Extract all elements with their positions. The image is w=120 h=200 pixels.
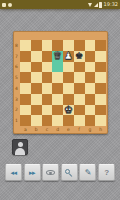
square-a6[interactable] (20, 62, 31, 73)
square-a7[interactable] (20, 51, 31, 62)
notification-icon (8, 3, 12, 7)
square-f7[interactable]: ♚ (74, 51, 85, 62)
square-d5[interactable] (52, 72, 63, 83)
status-bar-indicators: 19:32 (88, 0, 120, 9)
square-b7[interactable] (31, 51, 42, 62)
eye-icon (46, 170, 55, 175)
square-b6[interactable] (31, 62, 42, 73)
square-g8[interactable] (85, 40, 96, 51)
square-h1[interactable] (95, 115, 106, 126)
file-label-g: g (85, 126, 96, 134)
file-label-d: d (52, 126, 63, 134)
rank-label-8: 8 (13, 40, 20, 51)
help-button[interactable]: ? (98, 164, 115, 181)
square-f8[interactable] (74, 40, 85, 51)
square-c4[interactable] (42, 83, 53, 94)
rewind-icon: ◂◂ (10, 169, 16, 176)
square-c3[interactable] (42, 94, 53, 105)
square-a8[interactable] (20, 40, 31, 51)
square-e3[interactable] (63, 94, 74, 105)
square-b4[interactable] (31, 83, 42, 94)
person-icon (18, 142, 23, 147)
square-c6[interactable] (42, 62, 53, 73)
file-label-f: f (74, 126, 85, 134)
square-h5[interactable] (95, 72, 106, 83)
piece-white-queen[interactable]: ♛ (52, 51, 63, 62)
square-d1[interactable] (52, 115, 63, 126)
square-b2[interactable] (31, 105, 42, 116)
square-e8[interactable] (63, 40, 74, 51)
eye-pupil (49, 172, 51, 174)
hint-button[interactable] (42, 164, 59, 181)
square-e2[interactable]: ♚ (63, 105, 74, 116)
rank-labels: 87654321 (13, 40, 20, 126)
square-b3[interactable] (31, 94, 42, 105)
board-grid: ♛♟♚♚ (20, 40, 106, 126)
square-a3[interactable] (20, 94, 31, 105)
file-label-a: a (20, 126, 31, 134)
status-bar: 19:32 (0, 0, 120, 9)
square-c5[interactable] (42, 72, 53, 83)
square-a2[interactable] (20, 105, 31, 116)
rank-label-4: 4 (13, 83, 20, 94)
piece-white-king[interactable]: ♚ (63, 105, 74, 116)
magnifier-handle (69, 173, 73, 177)
signal-icon (94, 3, 98, 7)
square-e7[interactable]: ♟ (63, 51, 74, 62)
square-e5[interactable] (63, 72, 74, 83)
square-a4[interactable] (20, 83, 31, 94)
square-f2[interactable] (74, 105, 85, 116)
status-bar-notifications (2, 3, 12, 7)
square-a5[interactable] (20, 72, 31, 83)
square-g5[interactable] (85, 72, 96, 83)
square-h6[interactable] (95, 62, 106, 73)
wifi-icon (88, 3, 92, 7)
app-screen: 19:32 87654321 ♛♟♚♚ abcdefgh ◂◂ ▸▸ ✎ ? (0, 0, 120, 200)
square-h2[interactable] (95, 105, 106, 116)
file-label-h: h (95, 126, 106, 134)
notification-icon (2, 3, 6, 7)
square-h4[interactable] (95, 83, 106, 94)
rank-label-7: 7 (13, 51, 20, 62)
square-f5[interactable] (74, 72, 85, 83)
square-f3[interactable] (74, 94, 85, 105)
pencil-icon: ✎ (85, 169, 91, 177)
square-g6[interactable] (85, 62, 96, 73)
square-e1[interactable] (63, 115, 74, 126)
review-button[interactable] (61, 164, 78, 181)
square-b5[interactable] (31, 72, 42, 83)
square-e6[interactable] (63, 62, 74, 73)
square-b1[interactable] (31, 115, 42, 126)
piece-white-pawn[interactable]: ♟ (63, 51, 74, 62)
clock-text: 19:32 (104, 0, 118, 9)
square-d3[interactable] (52, 94, 63, 105)
square-a1[interactable] (20, 115, 31, 126)
piece-black-king[interactable]: ♚ (74, 51, 85, 62)
magnifier-icon (64, 168, 74, 178)
square-c8[interactable] (42, 40, 53, 51)
square-h7[interactable] (95, 51, 106, 62)
forward-icon: ▸▸ (29, 169, 35, 176)
square-f6[interactable] (74, 62, 85, 73)
square-d8[interactable] (52, 40, 63, 51)
square-c2[interactable] (42, 105, 53, 116)
square-g2[interactable] (85, 105, 96, 116)
square-f1[interactable] (74, 115, 85, 126)
rewind-button[interactable]: ◂◂ (5, 164, 22, 181)
file-label-e: e (63, 126, 74, 134)
battery-icon (99, 2, 102, 8)
rank-label-1: 1 (13, 115, 20, 126)
file-label-b: b (31, 126, 42, 134)
square-e4[interactable] (63, 83, 74, 94)
file-labels: abcdefgh (20, 126, 106, 134)
rank-label-5: 5 (13, 72, 20, 83)
rank-label-3: 3 (13, 94, 20, 105)
square-c1[interactable] (42, 115, 53, 126)
forward-button[interactable]: ▸▸ (24, 164, 41, 181)
square-g7[interactable] (85, 51, 96, 62)
square-g4[interactable] (85, 83, 96, 94)
bottom-toolbar: ◂◂ ▸▸ ✎ ? (5, 164, 115, 181)
square-c7[interactable] (42, 51, 53, 62)
square-h3[interactable] (95, 94, 106, 105)
rank-label-2: 2 (13, 105, 20, 116)
edit-button[interactable]: ✎ (79, 164, 96, 181)
person-icon (15, 148, 25, 156)
square-d7[interactable]: ♛ (52, 51, 63, 62)
chess-board: 87654321 ♛♟♚♚ abcdefgh (13, 31, 108, 134)
square-f4[interactable] (74, 83, 85, 94)
square-g1[interactable] (85, 115, 96, 126)
square-d2[interactable] (52, 105, 63, 116)
player-avatar (12, 139, 28, 155)
square-b8[interactable] (31, 40, 42, 51)
square-g3[interactable] (85, 94, 96, 105)
square-d4[interactable] (52, 83, 63, 94)
file-label-c: c (42, 126, 53, 134)
question-icon: ? (104, 169, 108, 177)
square-h8[interactable] (95, 40, 106, 51)
square-d6[interactable] (52, 62, 63, 73)
rank-label-6: 6 (13, 62, 20, 73)
